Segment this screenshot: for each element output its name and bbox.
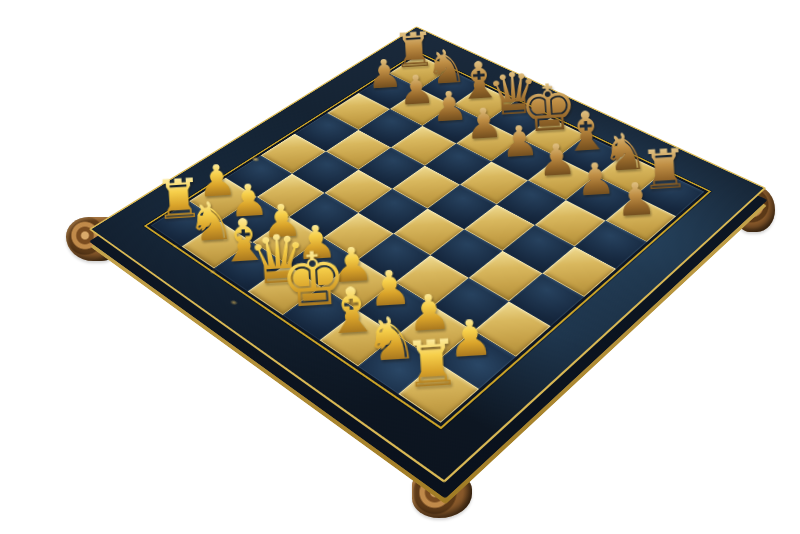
bronze-rook-a8: ♜ bbox=[383, 25, 445, 76]
board-frame: ♜♞♝♛♚♝♞♜♟♟♟♟♟♟♟♟♟♟♟♟♟♟♟♟♜♞♝♛♚♝♞♜ bbox=[89, 26, 767, 483]
chess-board: ♜♞♝♛♚♝♞♜♟♟♟♟♟♟♟♟♟♟♟♟♟♟♟♟♜♞♝♛♚♝♞♜ bbox=[89, 26, 767, 483]
square-h6 bbox=[575, 221, 647, 269]
board-tilt-wrapper: ♜♞♝♛♚♝♞♜♟♟♟♟♟♟♟♟♟♟♟♟♟♟♟♟♜♞♝♛♚♝♞♜ bbox=[0, 0, 800, 534]
board-squares: ♜♞♝♛♚♝♞♜♟♟♟♟♟♟♟♟♟♟♟♟♟♟♟♟♜♞♝♛♚♝♞♜ bbox=[151, 55, 704, 423]
product-photo: ♜♞♝♛♚♝♞♜♟♟♟♟♟♟♟♟♟♟♟♟♟♟♟♟♜♞♝♛♚♝♞♜ bbox=[0, 0, 800, 534]
square-a3 bbox=[226, 155, 292, 197]
perspective-scene: ♜♞♝♛♚♝♞♜♟♟♟♟♟♟♟♟♟♟♟♟♟♟♟♟♜♞♝♛♚♝♞♜ bbox=[0, 0, 800, 534]
square-h7: ♟ bbox=[605, 196, 676, 242]
